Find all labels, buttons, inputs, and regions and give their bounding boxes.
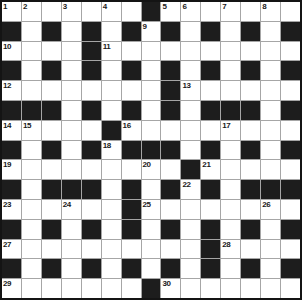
cell-r12-c8[interactable] <box>142 220 161 239</box>
clue-number-15: 15 <box>23 121 31 130</box>
cell-r13-c2[interactable] <box>22 240 41 259</box>
cell-r1-c9[interactable]: 5 <box>161 2 180 21</box>
cell-r14-c14[interactable] <box>261 259 280 278</box>
block-cell-r2-c9 <box>161 22 180 41</box>
cell-r3-c10[interactable] <box>181 42 200 61</box>
cell-r11-c14[interactable]: 26 <box>261 200 280 219</box>
cell-r6-c14[interactable] <box>261 101 280 120</box>
cell-r9-c1[interactable]: 19 <box>2 160 21 179</box>
cell-r13-c6[interactable] <box>102 240 121 259</box>
clue-number-27: 27 <box>3 240 11 249</box>
block-cell-r10-c11 <box>201 180 220 199</box>
cell-r14-c4[interactable] <box>62 259 81 278</box>
block-cell-r10-c1 <box>2 180 21 199</box>
block-cell-r6-c7 <box>122 101 141 120</box>
cell-r7-c7[interactable]: 16 <box>122 121 141 140</box>
cell-r13-c7[interactable] <box>122 240 141 259</box>
cell-r1-c15[interactable] <box>281 2 300 21</box>
block-cell-r10-c3 <box>42 180 61 199</box>
clue-number-19: 19 <box>3 160 11 169</box>
cell-r10-c2[interactable] <box>22 180 41 199</box>
clue-number-10: 10 <box>3 42 11 51</box>
cell-r14-c8[interactable] <box>142 259 161 278</box>
cell-r7-c8[interactable] <box>142 121 161 140</box>
block-cell-r12-c11 <box>201 220 220 239</box>
block-cell-r6-c12 <box>221 101 240 120</box>
cell-r10-c6[interactable] <box>102 180 121 199</box>
cell-r2-c8[interactable]: 9 <box>142 22 161 41</box>
cell-r3-c4[interactable] <box>62 42 81 61</box>
clue-number-7: 7 <box>222 2 226 11</box>
block-cell-r5-c9 <box>161 81 180 100</box>
cell-r15-c10[interactable] <box>181 279 200 298</box>
cell-r3-c2[interactable] <box>22 42 41 61</box>
block-cell-r14-c3 <box>42 259 61 278</box>
cell-r1-c5[interactable] <box>82 2 101 21</box>
cell-r15-c13[interactable] <box>241 279 260 298</box>
block-cell-r10-c15 <box>281 180 300 199</box>
cell-r13-c4[interactable] <box>62 240 81 259</box>
cell-r15-c9[interactable]: 30 <box>161 279 180 298</box>
cell-r6-c4[interactable] <box>62 101 81 120</box>
cell-r11-c2[interactable] <box>22 200 41 219</box>
cell-r9-c5[interactable] <box>82 160 101 179</box>
cell-r15-c2[interactable] <box>22 279 41 298</box>
block-cell-r12-c9 <box>161 220 180 239</box>
clue-number-3: 3 <box>63 2 67 11</box>
cell-r13-c15[interactable] <box>281 240 300 259</box>
cell-r3-c3[interactable] <box>42 42 61 61</box>
cell-r5-c6[interactable] <box>102 81 121 100</box>
cell-r12-c10[interactable] <box>181 220 200 239</box>
block-cell-r12-c1 <box>2 220 21 239</box>
clue-number-5: 5 <box>162 2 166 11</box>
cell-r5-c7[interactable] <box>122 81 141 100</box>
block-cell-r2-c13 <box>241 22 260 41</box>
cell-r2-c2[interactable] <box>22 22 41 41</box>
cell-r7-c2[interactable]: 15 <box>22 121 41 140</box>
block-cell-r3-c5 <box>82 42 101 61</box>
cell-r9-c4[interactable] <box>62 160 81 179</box>
cell-r13-c3[interactable] <box>42 240 61 259</box>
cell-r11-c1[interactable]: 23 <box>2 200 21 219</box>
cell-r15-c4[interactable] <box>62 279 81 298</box>
cell-r12-c14[interactable] <box>261 220 280 239</box>
cell-r1-c4[interactable]: 3 <box>62 2 81 21</box>
clue-number-14: 14 <box>3 121 11 130</box>
cell-r9-c8[interactable]: 20 <box>142 160 161 179</box>
cell-r2-c6[interactable] <box>102 22 121 41</box>
cell-r15-c15[interactable] <box>281 279 300 298</box>
crossword-grid: 1234567891011121314151617181920212223242… <box>0 0 302 300</box>
cell-r1-c10[interactable]: 6 <box>181 2 200 21</box>
clue-number-29: 29 <box>3 279 11 288</box>
clue-number-22: 22 <box>182 180 190 189</box>
block-cell-r4-c7 <box>122 61 141 80</box>
cell-r13-c14[interactable] <box>261 240 280 259</box>
clue-number-21: 21 <box>202 160 210 169</box>
block-cell-r6-c3 <box>42 101 61 120</box>
block-cell-r10-c14 <box>261 180 280 199</box>
cell-r12-c2[interactable] <box>22 220 41 239</box>
block-cell-r13-c11 <box>201 240 220 259</box>
block-cell-r8-c13 <box>241 141 260 160</box>
block-cell-r6-c1 <box>2 101 21 120</box>
block-cell-r8-c11 <box>201 141 220 160</box>
cell-r1-c14[interactable]: 8 <box>261 2 280 21</box>
cell-r3-c1[interactable]: 10 <box>2 42 21 61</box>
cell-r2-c12[interactable] <box>221 22 240 41</box>
block-cell-r10-c5 <box>82 180 101 199</box>
block-cell-r9-c10 <box>181 160 200 179</box>
cell-r13-c12[interactable]: 28 <box>221 240 240 259</box>
cell-r11-c4[interactable]: 24 <box>62 200 81 219</box>
clue-number-24: 24 <box>63 200 71 209</box>
cell-r7-c12[interactable]: 17 <box>221 121 240 140</box>
cell-r2-c4[interactable] <box>62 22 81 41</box>
cell-r7-c13[interactable] <box>241 121 260 140</box>
block-cell-r2-c7 <box>122 22 141 41</box>
cell-r3-c15[interactable] <box>281 42 300 61</box>
cell-r8-c2[interactable] <box>22 141 41 160</box>
block-cell-r8-c1 <box>2 141 21 160</box>
cell-r11-c5[interactable] <box>82 200 101 219</box>
cell-r13-c13[interactable] <box>241 240 260 259</box>
cell-r15-c11[interactable] <box>201 279 220 298</box>
cell-r5-c4[interactable] <box>62 81 81 100</box>
cell-r4-c4[interactable] <box>62 61 81 80</box>
cell-r9-c2[interactable] <box>22 160 41 179</box>
clue-number-28: 28 <box>222 240 230 249</box>
clue-number-4: 4 <box>103 2 107 11</box>
cell-r7-c5[interactable] <box>82 121 101 140</box>
cell-r11-c3[interactable] <box>42 200 61 219</box>
block-cell-r14-c11 <box>201 259 220 278</box>
cell-r1-c12[interactable]: 7 <box>221 2 240 21</box>
cell-r1-c13[interactable] <box>241 2 260 21</box>
cell-r7-c1[interactable]: 14 <box>2 121 21 140</box>
cell-r4-c14[interactable] <box>261 61 280 80</box>
cell-r15-c12[interactable] <box>221 279 240 298</box>
cell-r14-c10[interactable] <box>181 259 200 278</box>
block-cell-r14-c5 <box>82 259 101 278</box>
cell-r12-c12[interactable] <box>221 220 240 239</box>
cell-r3-c13[interactable] <box>241 42 260 61</box>
cell-r5-c10[interactable]: 13 <box>181 81 200 100</box>
cell-r10-c8[interactable] <box>142 180 161 199</box>
block-cell-r4-c11 <box>201 61 220 80</box>
block-cell-r6-c5 <box>82 101 101 120</box>
cell-r4-c10[interactable] <box>181 61 200 80</box>
cell-r2-c14[interactable] <box>261 22 280 41</box>
block-cell-r12-c13 <box>241 220 260 239</box>
cell-r6-c10[interactable] <box>181 101 200 120</box>
clue-number-16: 16 <box>123 121 131 130</box>
clue-number-23: 23 <box>3 200 11 209</box>
block-cell-r8-c15 <box>281 141 300 160</box>
clue-number-2: 2 <box>23 2 27 11</box>
block-cell-r8-c3 <box>42 141 61 160</box>
cell-r5-c11[interactable] <box>201 81 220 100</box>
clue-number-9: 9 <box>143 22 147 31</box>
cell-r9-c6[interactable] <box>102 160 121 179</box>
cell-r3-c12[interactable] <box>221 42 240 61</box>
cell-r6-c8[interactable] <box>142 101 161 120</box>
cell-r12-c4[interactable] <box>62 220 81 239</box>
cell-r15-c3[interactable] <box>42 279 61 298</box>
cell-r8-c14[interactable] <box>261 141 280 160</box>
cell-r9-c13[interactable] <box>241 160 260 179</box>
cell-r7-c10[interactable] <box>181 121 200 140</box>
cell-r11-c13[interactable] <box>241 200 260 219</box>
cell-r8-c6[interactable]: 18 <box>102 141 121 160</box>
cell-r8-c4[interactable] <box>62 141 81 160</box>
clue-number-18: 18 <box>103 141 111 150</box>
block-cell-r10-c13 <box>241 180 260 199</box>
cell-r15-c7[interactable] <box>122 279 141 298</box>
cell-r8-c12[interactable] <box>221 141 240 160</box>
clue-number-12: 12 <box>3 81 11 90</box>
cell-r3-c11[interactable] <box>201 42 220 61</box>
clue-number-30: 30 <box>162 279 170 288</box>
cell-r1-c11[interactable] <box>201 2 220 21</box>
cell-r3-c8[interactable] <box>142 42 161 61</box>
block-cell-r12-c7 <box>122 220 141 239</box>
clue-number-1: 1 <box>3 2 7 11</box>
block-cell-r10-c9 <box>161 180 180 199</box>
block-cell-r4-c1 <box>2 61 21 80</box>
block-cell-r2-c3 <box>42 22 61 41</box>
cell-r14-c2[interactable] <box>22 259 41 278</box>
cell-r9-c12[interactable] <box>221 160 240 179</box>
block-cell-r8-c9 <box>161 141 180 160</box>
clue-number-13: 13 <box>182 81 190 90</box>
cell-r1-c1[interactable]: 1 <box>2 2 21 21</box>
cell-r11-c9[interactable] <box>161 200 180 219</box>
cell-r15-c5[interactable] <box>82 279 101 298</box>
cell-r4-c8[interactable] <box>142 61 161 80</box>
cell-r4-c12[interactable] <box>221 61 240 80</box>
cell-r5-c8[interactable] <box>142 81 161 100</box>
cell-r5-c1[interactable]: 12 <box>2 81 21 100</box>
cell-r8-c10[interactable] <box>181 141 200 160</box>
cell-r9-c11[interactable]: 21 <box>201 160 220 179</box>
block-cell-r14-c15 <box>281 259 300 278</box>
cell-r11-c8[interactable]: 25 <box>142 200 161 219</box>
block-cell-r10-c4 <box>62 180 81 199</box>
block-cell-r4-c15 <box>281 61 300 80</box>
cell-r7-c4[interactable] <box>62 121 81 140</box>
cell-r13-c5[interactable] <box>82 240 101 259</box>
cell-r13-c9[interactable] <box>161 240 180 259</box>
cell-r9-c9[interactable] <box>161 160 180 179</box>
cell-r13-c8[interactable] <box>142 240 161 259</box>
cell-r1-c2[interactable]: 2 <box>22 2 41 21</box>
cell-r5-c3[interactable] <box>42 81 61 100</box>
block-cell-r14-c9 <box>161 259 180 278</box>
cell-r11-c10[interactable] <box>181 200 200 219</box>
block-cell-r12-c3 <box>42 220 61 239</box>
cell-r15-c1[interactable]: 29 <box>2 279 21 298</box>
cell-r11-c12[interactable] <box>221 200 240 219</box>
block-cell-r2-c5 <box>82 22 101 41</box>
cell-r5-c2[interactable] <box>22 81 41 100</box>
block-cell-r2-c15 <box>281 22 300 41</box>
block-cell-r10-c7 <box>122 180 141 199</box>
block-cell-r14-c1 <box>2 259 21 278</box>
clue-number-11: 11 <box>103 42 111 51</box>
cell-r4-c6[interactable] <box>102 61 121 80</box>
cell-r13-c1[interactable]: 27 <box>2 240 21 259</box>
block-cell-r12-c5 <box>82 220 101 239</box>
cell-r9-c15[interactable] <box>281 160 300 179</box>
cell-r11-c15[interactable] <box>281 200 300 219</box>
block-cell-r6-c13 <box>241 101 260 120</box>
cell-r6-c6[interactable] <box>102 101 121 120</box>
cell-r7-c15[interactable] <box>281 121 300 140</box>
block-cell-r8-c7 <box>122 141 141 160</box>
block-cell-r1-c8 <box>142 2 161 21</box>
cell-r11-c6[interactable] <box>102 200 121 219</box>
block-cell-r6-c2 <box>22 101 41 120</box>
cell-r14-c12[interactable] <box>221 259 240 278</box>
cell-r1-c7[interactable] <box>122 2 141 21</box>
cell-r12-c6[interactable] <box>102 220 121 239</box>
cell-r5-c13[interactable] <box>241 81 260 100</box>
clue-number-6: 6 <box>182 2 186 11</box>
block-cell-r4-c13 <box>241 61 260 80</box>
block-cell-r6-c15 <box>281 101 300 120</box>
cell-r1-c6[interactable]: 4 <box>102 2 121 21</box>
block-cell-r2-c1 <box>2 22 21 41</box>
clue-number-20: 20 <box>143 160 151 169</box>
cell-r9-c7[interactable] <box>122 160 141 179</box>
clue-number-17: 17 <box>222 121 230 130</box>
block-cell-r6-c11 <box>201 101 220 120</box>
cell-r4-c2[interactable] <box>22 61 41 80</box>
block-cell-r2-c11 <box>201 22 220 41</box>
cell-r3-c6[interactable]: 11 <box>102 42 121 61</box>
cell-r15-c6[interactable] <box>102 279 121 298</box>
clue-number-25: 25 <box>143 200 151 209</box>
block-cell-r6-c9 <box>161 101 180 120</box>
block-cell-r11-c7 <box>122 200 141 219</box>
cell-r9-c3[interactable] <box>42 160 61 179</box>
cell-r7-c11[interactable] <box>201 121 220 140</box>
block-cell-r14-c13 <box>241 259 260 278</box>
cell-r13-c10[interactable] <box>181 240 200 259</box>
cell-r5-c5[interactable] <box>82 81 101 100</box>
cell-r5-c14[interactable] <box>261 81 280 100</box>
block-cell-r4-c3 <box>42 61 61 80</box>
block-cell-r4-c9 <box>161 61 180 80</box>
cell-r10-c12[interactable] <box>221 180 240 199</box>
cell-r14-c6[interactable] <box>102 259 121 278</box>
clue-number-26: 26 <box>262 200 270 209</box>
cell-r15-c14[interactable] <box>261 279 280 298</box>
block-cell-r4-c5 <box>82 61 101 80</box>
cell-r3-c14[interactable] <box>261 42 280 61</box>
cell-r2-c10[interactable] <box>181 22 200 41</box>
block-cell-r8-c8 <box>142 141 161 160</box>
cell-r3-c9[interactable] <box>161 42 180 61</box>
cell-r10-c10[interactable]: 22 <box>181 180 200 199</box>
cell-r7-c3[interactable] <box>42 121 61 140</box>
clue-number-8: 8 <box>262 2 266 11</box>
block-cell-r8-c5 <box>82 141 101 160</box>
cell-r7-c9[interactable] <box>161 121 180 140</box>
cell-r5-c15[interactable] <box>281 81 300 100</box>
block-cell-r12-c15 <box>281 220 300 239</box>
block-cell-r15-c8 <box>142 279 161 298</box>
cell-r11-c11[interactable] <box>201 200 220 219</box>
block-cell-r14-c7 <box>122 259 141 278</box>
cell-r5-c12[interactable] <box>221 81 240 100</box>
cell-r1-c3[interactable] <box>42 2 61 21</box>
block-cell-r7-c6 <box>102 121 121 140</box>
cell-r3-c7[interactable] <box>122 42 141 61</box>
cell-r7-c14[interactable] <box>261 121 280 140</box>
cell-r9-c14[interactable] <box>261 160 280 179</box>
